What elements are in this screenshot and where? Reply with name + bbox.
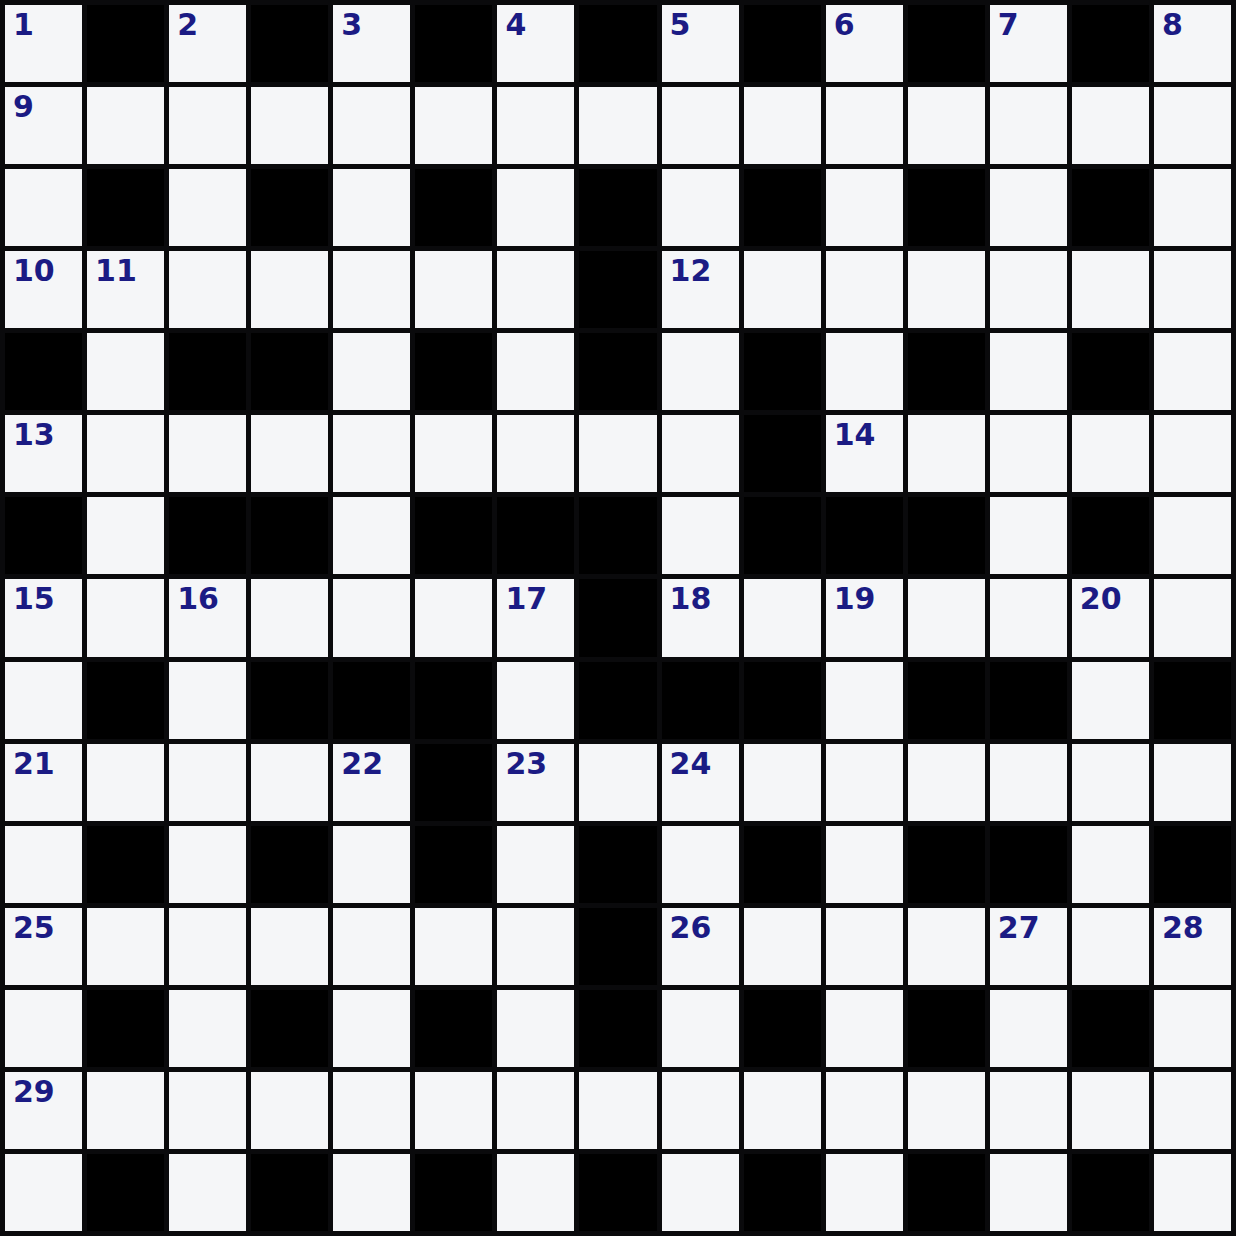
letter-cell[interactable] (826, 990, 903, 1067)
letter-cell[interactable] (497, 990, 574, 1067)
letter-cell[interactable]: 29 (5, 1072, 82, 1149)
blocked-cell (251, 662, 328, 739)
letter-cell[interactable] (826, 662, 903, 739)
letter-cell[interactable] (87, 497, 164, 574)
blocked-cell (744, 497, 821, 574)
letter-cell[interactable] (908, 908, 985, 985)
clue-number: 20 (1080, 582, 1122, 615)
letter-cell[interactable] (826, 333, 903, 410)
letter-cell[interactable] (826, 826, 903, 903)
letter-cell[interactable] (990, 87, 1067, 164)
letter-cell[interactable] (662, 497, 739, 574)
blocked-cell (1154, 662, 1231, 739)
letter-cell[interactable] (497, 333, 574, 410)
letter-cell[interactable]: 23 (497, 744, 574, 821)
letter-cell[interactable] (169, 908, 246, 985)
blocked-cell (579, 990, 656, 1067)
letter-cell[interactable] (169, 87, 246, 164)
letter-cell[interactable] (1072, 87, 1149, 164)
letter-cell[interactable] (497, 662, 574, 739)
blocked-cell (169, 333, 246, 410)
letter-cell[interactable] (87, 333, 164, 410)
clue-number: 24 (670, 747, 712, 780)
letter-cell[interactable] (990, 251, 1067, 328)
letter-cell[interactable] (1154, 990, 1231, 1067)
blocked-cell (1072, 333, 1149, 410)
letter-cell[interactable] (1072, 662, 1149, 739)
blocked-cell (990, 662, 1067, 739)
letter-cell[interactable] (497, 169, 574, 246)
letter-cell[interactable] (908, 251, 985, 328)
blocked-cell (415, 169, 492, 246)
letter-cell[interactable]: 15 (5, 579, 82, 656)
letter-cell[interactable]: 24 (662, 744, 739, 821)
blocked-cell (744, 415, 821, 492)
letter-cell[interactable] (662, 1072, 739, 1149)
blocked-cell (826, 497, 903, 574)
letter-cell[interactable] (908, 744, 985, 821)
blocked-cell (251, 990, 328, 1067)
letter-cell[interactable]: 28 (1154, 908, 1231, 985)
crossword-grid: 1234567891011121314151617181920212223242… (0, 0, 1236, 1236)
letter-cell[interactable] (826, 169, 903, 246)
letter-cell[interactable] (990, 579, 1067, 656)
letter-cell[interactable] (5, 826, 82, 903)
letter-cell[interactable] (251, 744, 328, 821)
blocked-cell (579, 662, 656, 739)
letter-cell[interactable] (415, 251, 492, 328)
blocked-cell (169, 497, 246, 574)
letter-cell[interactable] (908, 415, 985, 492)
clue-number: 4 (505, 8, 526, 41)
letter-cell[interactable] (333, 1072, 410, 1149)
clue-number: 8 (1162, 8, 1183, 41)
letter-cell[interactable] (497, 908, 574, 985)
blocked-cell (5, 497, 82, 574)
letter-cell[interactable] (251, 908, 328, 985)
letter-cell[interactable] (333, 87, 410, 164)
blocked-cell (415, 826, 492, 903)
letter-cell[interactable] (990, 415, 1067, 492)
clue-number: 16 (177, 582, 219, 615)
clue-number: 17 (505, 582, 547, 615)
blocked-cell (744, 990, 821, 1067)
letter-cell[interactable] (415, 579, 492, 656)
letter-cell[interactable] (333, 579, 410, 656)
letter-cell[interactable] (87, 908, 164, 985)
blocked-cell (744, 5, 821, 82)
letter-cell[interactable] (990, 333, 1067, 410)
letter-cell[interactable] (579, 415, 656, 492)
letter-cell[interactable] (169, 662, 246, 739)
letter-cell[interactable]: 25 (5, 908, 82, 985)
blocked-cell (87, 990, 164, 1067)
blocked-cell (579, 497, 656, 574)
blocked-cell (579, 5, 656, 82)
blocked-cell (415, 744, 492, 821)
letter-cell[interactable] (908, 87, 985, 164)
blocked-cell (579, 333, 656, 410)
letter-cell[interactable] (251, 87, 328, 164)
letter-cell[interactable] (169, 1072, 246, 1149)
clue-number: 26 (670, 911, 712, 944)
clue-number: 7 (998, 8, 1019, 41)
letter-cell[interactable] (1154, 169, 1231, 246)
letter-cell[interactable] (826, 87, 903, 164)
letter-cell[interactable] (662, 169, 739, 246)
blocked-cell (497, 497, 574, 574)
letter-cell[interactable] (744, 744, 821, 821)
letter-cell[interactable] (333, 990, 410, 1067)
blocked-cell (87, 5, 164, 82)
letter-cell[interactable] (990, 990, 1067, 1067)
letter-cell[interactable] (1154, 497, 1231, 574)
clue-number: 14 (834, 418, 876, 451)
letter-cell[interactable] (744, 251, 821, 328)
letter-cell[interactable]: 18 (662, 579, 739, 656)
letter-cell[interactable]: 6 (826, 5, 903, 82)
letter-cell[interactable] (1154, 1154, 1231, 1231)
letter-cell[interactable] (169, 744, 246, 821)
letter-cell[interactable] (87, 1072, 164, 1149)
blocked-cell (579, 579, 656, 656)
letter-cell[interactable] (990, 497, 1067, 574)
letter-cell[interactable] (333, 497, 410, 574)
blocked-cell (1072, 169, 1149, 246)
letter-cell[interactable] (333, 251, 410, 328)
letter-cell[interactable] (169, 990, 246, 1067)
letter-cell[interactable]: 14 (826, 415, 903, 492)
letter-cell[interactable] (497, 1154, 574, 1231)
letter-cell[interactable] (990, 1154, 1067, 1231)
letter-cell[interactable] (497, 87, 574, 164)
letter-cell[interactable] (497, 826, 574, 903)
letter-cell[interactable] (990, 1072, 1067, 1149)
blocked-cell (415, 5, 492, 82)
letter-cell[interactable] (826, 908, 903, 985)
letter-cell[interactable] (826, 251, 903, 328)
letter-cell[interactable] (744, 1072, 821, 1149)
clue-number: 21 (13, 747, 55, 780)
blocked-cell (1072, 1154, 1149, 1231)
blocked-cell (1154, 826, 1231, 903)
blocked-cell (415, 497, 492, 574)
blocked-cell (662, 662, 739, 739)
letter-cell[interactable] (662, 990, 739, 1067)
blocked-cell (251, 497, 328, 574)
blocked-cell (87, 169, 164, 246)
clue-number: 12 (670, 254, 712, 287)
letter-cell[interactable] (1154, 87, 1231, 164)
blocked-cell (415, 1154, 492, 1231)
letter-cell[interactable]: 3 (333, 5, 410, 82)
blocked-cell (87, 662, 164, 739)
letter-cell[interactable] (333, 826, 410, 903)
letter-cell[interactable] (497, 415, 574, 492)
letter-cell[interactable] (1072, 908, 1149, 985)
letter-cell[interactable]: 8 (1154, 5, 1231, 82)
letter-cell[interactable] (333, 1154, 410, 1231)
letter-cell[interactable] (662, 1154, 739, 1231)
letter-cell[interactable] (415, 908, 492, 985)
blocked-cell (744, 826, 821, 903)
blocked-cell (908, 662, 985, 739)
letter-cell[interactable] (251, 251, 328, 328)
clue-number: 23 (505, 747, 547, 780)
clue-number: 18 (670, 582, 712, 615)
clue-number: 6 (834, 8, 855, 41)
letter-cell[interactable] (251, 579, 328, 656)
clue-number: 27 (998, 911, 1040, 944)
blocked-cell (1072, 990, 1149, 1067)
letter-cell[interactable] (1154, 415, 1231, 492)
blocked-cell (579, 1154, 656, 1231)
letter-cell[interactable] (908, 1072, 985, 1149)
blocked-cell (251, 826, 328, 903)
clue-number: 28 (1162, 911, 1204, 944)
letter-cell[interactable] (169, 169, 246, 246)
letter-cell[interactable]: 22 (333, 744, 410, 821)
letter-cell[interactable] (744, 579, 821, 656)
blocked-cell (579, 169, 656, 246)
letter-cell[interactable] (1072, 251, 1149, 328)
letter-cell[interactable] (87, 415, 164, 492)
letter-cell[interactable] (826, 1154, 903, 1231)
letter-cell[interactable] (744, 908, 821, 985)
blocked-cell (990, 826, 1067, 903)
letter-cell[interactable]: 11 (87, 251, 164, 328)
blocked-cell (908, 990, 985, 1067)
clue-number: 19 (834, 582, 876, 615)
letter-cell[interactable]: 7 (990, 5, 1067, 82)
clue-number: 3 (341, 8, 362, 41)
letter-cell[interactable] (169, 251, 246, 328)
letter-cell[interactable] (662, 333, 739, 410)
letter-cell[interactable] (5, 662, 82, 739)
letter-cell[interactable]: 27 (990, 908, 1067, 985)
blocked-cell (415, 990, 492, 1067)
letter-cell[interactable]: 12 (662, 251, 739, 328)
letter-cell[interactable] (990, 744, 1067, 821)
blocked-cell (87, 1154, 164, 1231)
letter-cell[interactable] (744, 87, 821, 164)
letter-cell[interactable] (415, 415, 492, 492)
letter-cell[interactable] (908, 579, 985, 656)
letter-cell[interactable] (333, 333, 410, 410)
blocked-cell (908, 333, 985, 410)
letter-cell[interactable] (169, 1154, 246, 1231)
letter-cell[interactable]: 19 (826, 579, 903, 656)
letter-cell[interactable]: 4 (497, 5, 574, 82)
letter-cell[interactable] (251, 1072, 328, 1149)
letter-cell[interactable] (579, 87, 656, 164)
letter-cell[interactable] (169, 415, 246, 492)
clue-number: 1 (13, 8, 34, 41)
clue-number: 2 (177, 8, 198, 41)
blocked-cell (908, 826, 985, 903)
clue-number: 9 (13, 90, 34, 123)
blocked-cell (87, 826, 164, 903)
blocked-cell (908, 497, 985, 574)
blocked-cell (1072, 5, 1149, 82)
letter-cell[interactable]: 21 (5, 744, 82, 821)
letter-cell[interactable]: 20 (1072, 579, 1149, 656)
letter-cell[interactable] (990, 169, 1067, 246)
letter-cell[interactable] (5, 990, 82, 1067)
letter-cell[interactable] (1154, 1072, 1231, 1149)
letter-cell[interactable] (662, 826, 739, 903)
clue-number: 29 (13, 1075, 55, 1108)
letter-cell[interactable] (1154, 744, 1231, 821)
blocked-cell (251, 1154, 328, 1231)
letter-cell[interactable] (662, 415, 739, 492)
letter-cell[interactable] (1072, 744, 1149, 821)
blocked-cell (579, 826, 656, 903)
letter-cell[interactable] (333, 415, 410, 492)
blocked-cell (1072, 497, 1149, 574)
blocked-cell (5, 333, 82, 410)
blocked-cell (579, 251, 656, 328)
blocked-cell (579, 908, 656, 985)
clue-number: 10 (13, 254, 55, 287)
blocked-cell (251, 5, 328, 82)
blocked-cell (415, 333, 492, 410)
letter-cell[interactable] (333, 908, 410, 985)
clue-number: 22 (341, 747, 383, 780)
letter-cell[interactable] (87, 87, 164, 164)
letter-cell[interactable] (826, 1072, 903, 1149)
letter-cell[interactable] (1154, 333, 1231, 410)
letter-cell[interactable] (87, 744, 164, 821)
letter-cell[interactable]: 10 (5, 251, 82, 328)
letter-cell[interactable] (1072, 1072, 1149, 1149)
blocked-cell (251, 333, 328, 410)
letter-cell[interactable] (826, 744, 903, 821)
blocked-cell (908, 5, 985, 82)
blocked-cell (251, 169, 328, 246)
letter-cell[interactable]: 9 (5, 87, 82, 164)
letter-cell[interactable] (1154, 251, 1231, 328)
blocked-cell (415, 662, 492, 739)
letter-cell[interactable]: 17 (497, 579, 574, 656)
letter-cell[interactable] (169, 826, 246, 903)
blocked-cell (744, 333, 821, 410)
letter-cell[interactable] (579, 1072, 656, 1149)
clue-number: 11 (95, 254, 137, 287)
blocked-cell (744, 662, 821, 739)
clue-number: 25 (13, 911, 55, 944)
blocked-cell (908, 1154, 985, 1231)
letter-cell[interactable] (497, 1072, 574, 1149)
letter-cell[interactable] (1072, 415, 1149, 492)
clue-number: 15 (13, 582, 55, 615)
blocked-cell (333, 662, 410, 739)
clue-number: 5 (670, 8, 691, 41)
letter-cell[interactable] (579, 744, 656, 821)
blocked-cell (744, 169, 821, 246)
clue-number: 13 (13, 418, 55, 451)
letter-cell[interactable]: 5 (662, 5, 739, 82)
letter-cell[interactable] (497, 251, 574, 328)
blocked-cell (908, 169, 985, 246)
blocked-cell (744, 1154, 821, 1231)
letter-cell[interactable] (251, 415, 328, 492)
letter-cell[interactable]: 16 (169, 579, 246, 656)
letter-cell[interactable] (415, 1072, 492, 1149)
letter-cell[interactable]: 13 (5, 415, 82, 492)
letter-cell[interactable]: 26 (662, 908, 739, 985)
letter-cell[interactable] (1154, 579, 1231, 656)
letter-cell[interactable] (87, 579, 164, 656)
letter-cell[interactable]: 2 (169, 5, 246, 82)
letter-cell[interactable] (333, 169, 410, 246)
letter-cell[interactable] (662, 87, 739, 164)
letter-cell[interactable]: 1 (5, 5, 82, 82)
letter-cell[interactable] (5, 169, 82, 246)
letter-cell[interactable] (1072, 826, 1149, 903)
letter-cell[interactable] (415, 87, 492, 164)
letter-cell[interactable] (5, 1154, 82, 1231)
